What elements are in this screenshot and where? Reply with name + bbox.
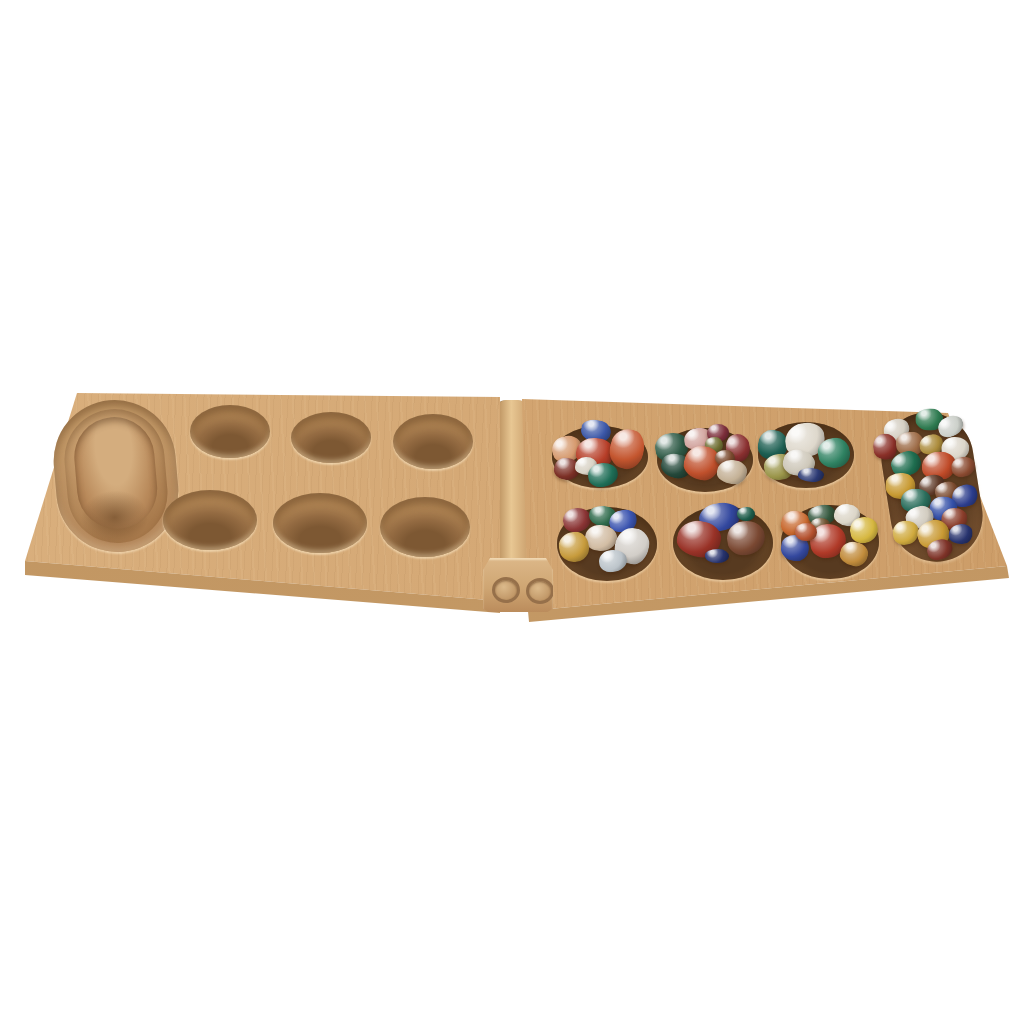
pit-right-bottom-3[interactable] <box>781 505 879 579</box>
gemstone <box>587 462 619 489</box>
pit-right-bottom-1[interactable] <box>557 507 657 581</box>
pit-right-top-2[interactable] <box>657 428 753 492</box>
pit-left-top-3[interactable] <box>393 414 473 469</box>
mancala-board-photo <box>0 0 1024 1024</box>
gemstone <box>948 523 974 545</box>
pit-left-top-1[interactable] <box>190 405 270 458</box>
pit-left-bottom-1[interactable] <box>163 490 257 550</box>
pit-left-bottom-2[interactable] <box>273 493 367 553</box>
gemstone <box>795 523 817 541</box>
hinge-pin-left <box>492 577 520 603</box>
pit-left-bottom-3[interactable] <box>380 497 470 557</box>
pit-right-bottom-2[interactable] <box>673 506 773 580</box>
gemstone <box>737 507 755 521</box>
hinge-block <box>483 558 553 612</box>
gemstone <box>598 549 627 573</box>
hinge-pin-right <box>526 578 554 604</box>
pit-right-top-3[interactable] <box>758 422 854 488</box>
pit-right-top-1[interactable] <box>552 426 648 488</box>
pit-left-top-2[interactable] <box>291 412 371 463</box>
gemstone <box>798 467 825 483</box>
gemstone <box>705 549 729 563</box>
